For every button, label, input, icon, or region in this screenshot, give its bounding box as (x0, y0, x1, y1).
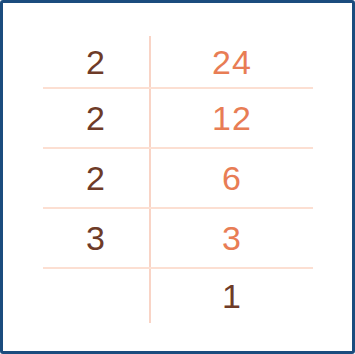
quotient-cell: 12 (151, 89, 313, 147)
result-cell: 1 (151, 269, 313, 323)
factor-ladder: 22421226331 (43, 36, 313, 323)
ladder-row-1: 224 (43, 36, 313, 89)
ladder-row-4: 33 (43, 209, 313, 269)
divisor-cell: 3 (43, 209, 151, 267)
ladder-row-2: 212 (43, 89, 313, 149)
empty-divisor-cell (43, 269, 151, 323)
divisor-cell: 2 (43, 149, 151, 207)
quotient-cell: 3 (151, 209, 313, 267)
ladder-row-5: 1 (43, 269, 313, 323)
quotient-cell: 6 (151, 149, 313, 207)
quotient-cell: 24 (151, 36, 313, 87)
divisor-cell: 2 (43, 36, 151, 87)
ladder-row-3: 26 (43, 149, 313, 209)
divisor-cell: 2 (43, 89, 151, 147)
worksheet-frame: 22421226331 (0, 0, 355, 354)
